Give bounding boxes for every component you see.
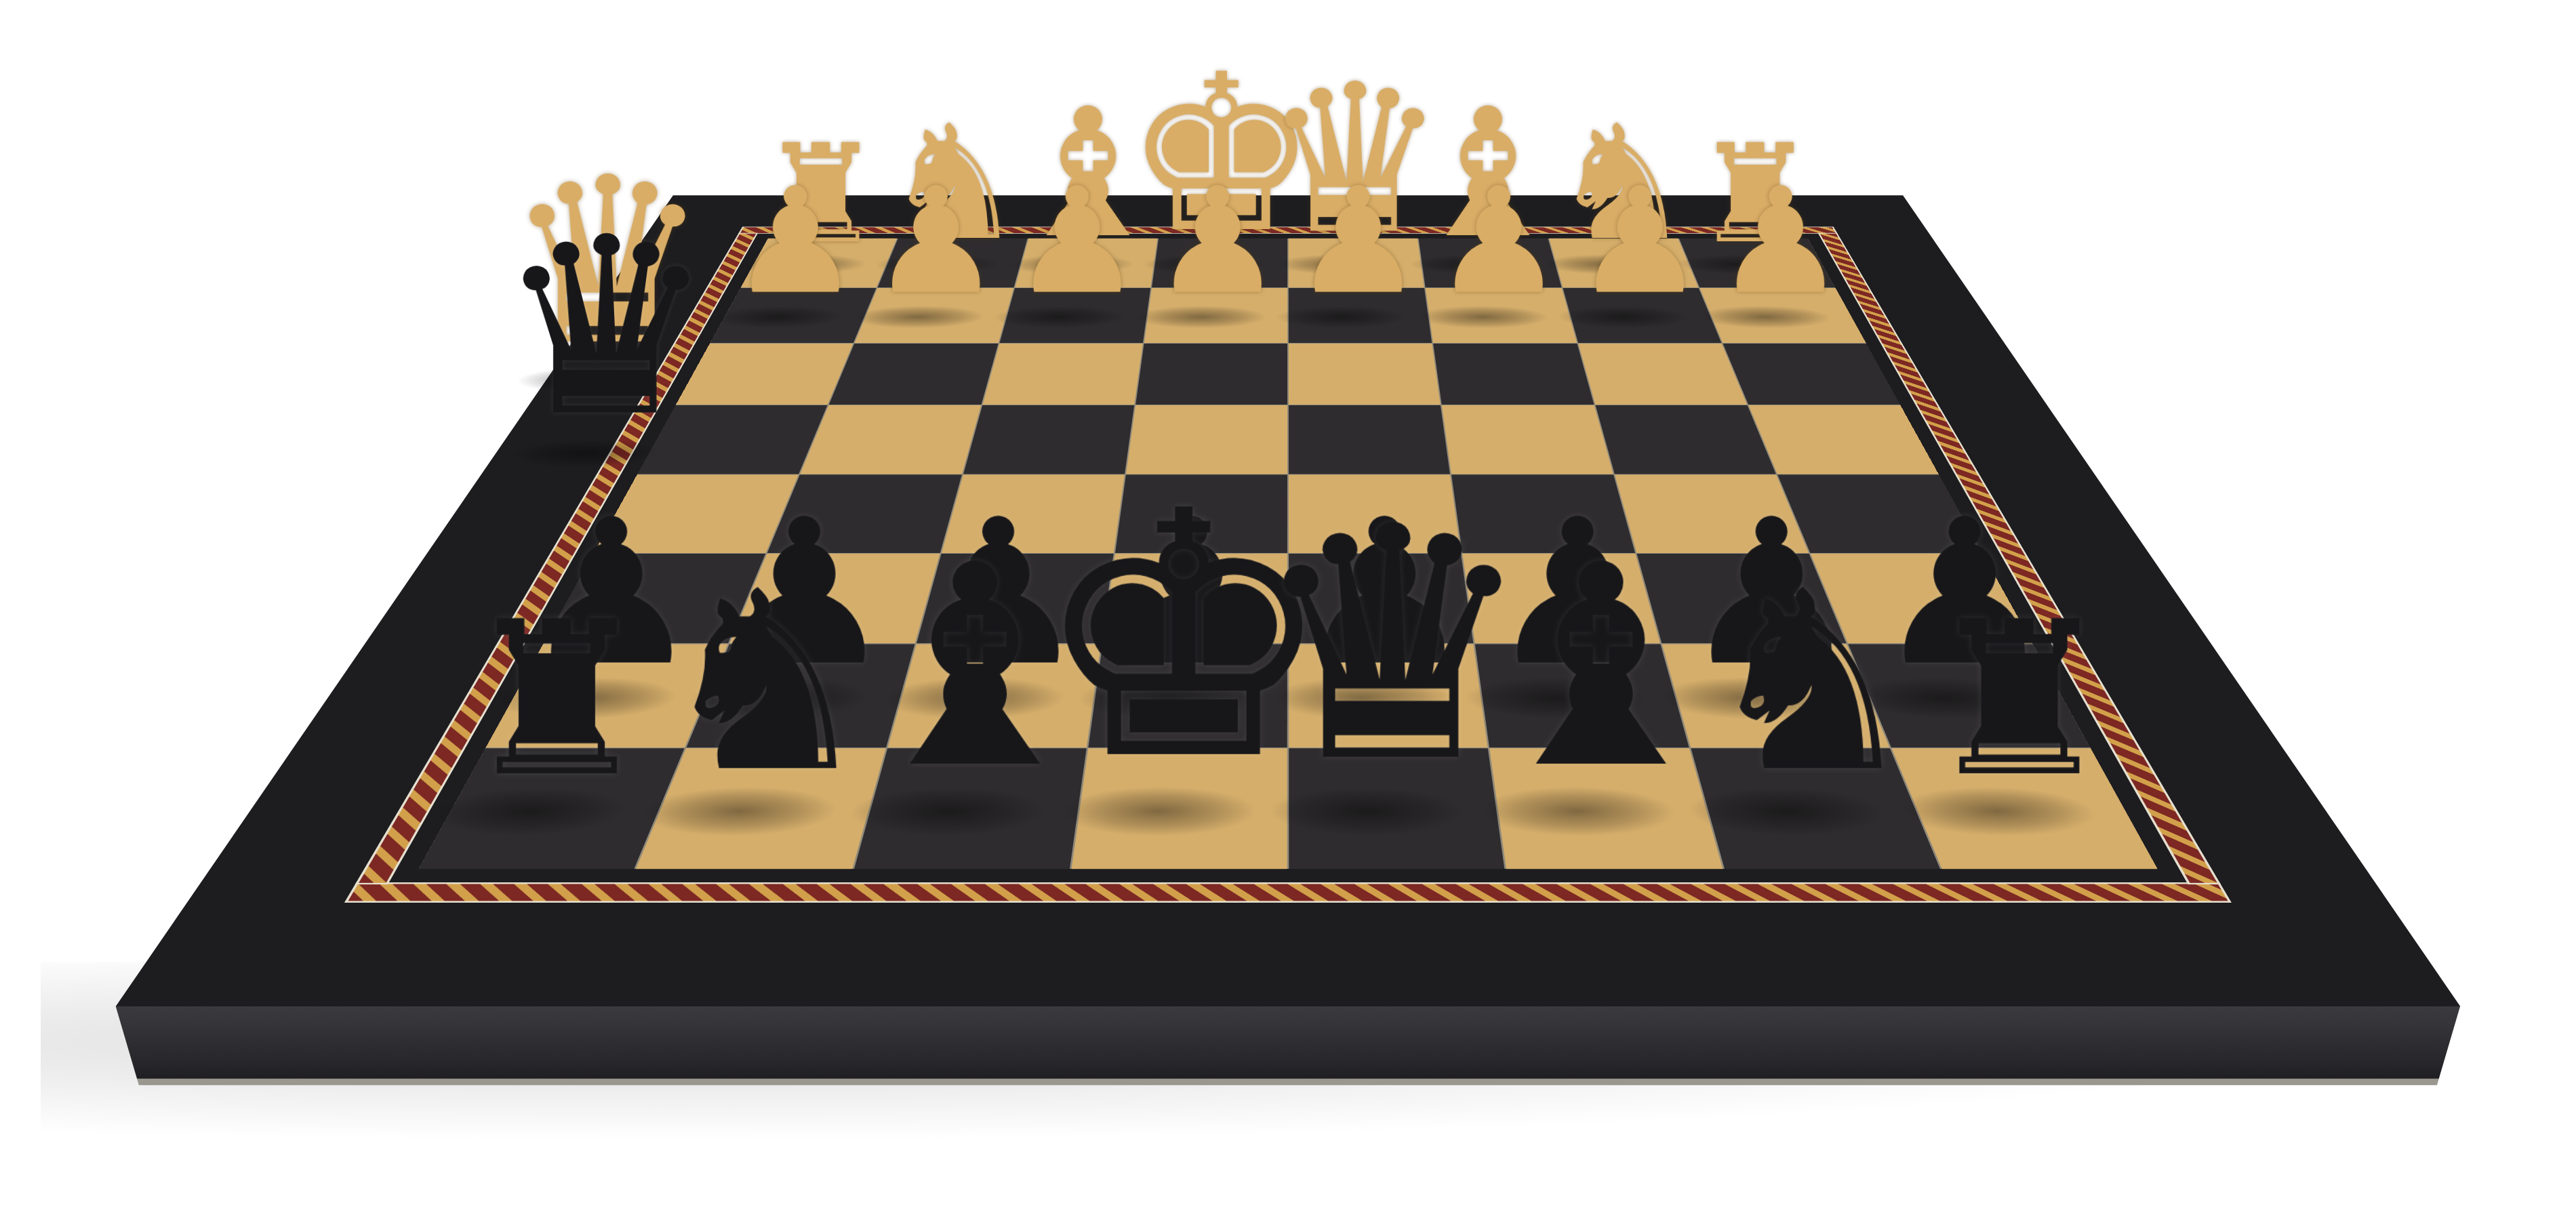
black-knight-g8[interactable]: ♞	[655, 558, 877, 806]
black-queen-off-board[interactable]: ♛	[496, 205, 717, 450]
square-c8[interactable]: ♝	[1490, 748, 1723, 869]
black-knight-b8[interactable]: ♞	[1699, 558, 1922, 806]
chess-board-3d: ♜♞♝♚♛♝♞♜♟♟♟♟♟♟♟♟♟♟♟♟♟♟♟♟♜♞♝♚♛♝♞♜ ♛♛	[116, 195, 2461, 1006]
scene: ♜♞♝♚♛♝♞♜♟♟♟♟♟♟♟♟♟♟♟♟♟♟♟♟♜♞♝♚♛♝♞♜ ♛♛	[0, 0, 2576, 1209]
square-g8[interactable]: ♞	[636, 748, 885, 869]
black-rook-h8[interactable]: ♜	[462, 593, 653, 806]
white-pawn-a2[interactable]: ♟	[1715, 168, 1847, 314]
white-pawn-b2[interactable]: ♟	[1574, 168, 1706, 314]
board-frame: ♜♞♝♚♛♝♞♜♟♟♟♟♟♟♟♟♟♟♟♟♟♟♟♟♜♞♝♚♛♝♞♜ ♛♛	[116, 195, 2461, 1006]
black-rook-a8[interactable]: ♜	[1924, 593, 2115, 806]
white-pawn-g2[interactable]: ♟	[870, 168, 1002, 314]
white-pawn-f2[interactable]: ♟	[1011, 168, 1143, 314]
white-pawn-d2[interactable]: ♟	[1293, 168, 1424, 314]
white-pawn-c2[interactable]: ♟	[1434, 168, 1565, 314]
square-d8[interactable]: ♛	[1289, 748, 1504, 869]
white-pawn-e2[interactable]: ♟	[1152, 168, 1283, 314]
black-bishop-c8[interactable]: ♝	[1476, 528, 1726, 806]
white-pawn-h2[interactable]: ♟	[730, 168, 862, 314]
board-front-face	[116, 1006, 2461, 1085]
